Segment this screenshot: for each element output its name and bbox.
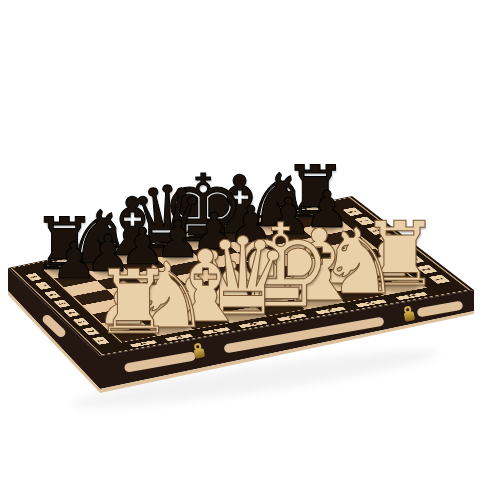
piece-white-rook-a1: ♜ [94,258,174,347]
pieces-layer: ♜♞♟♝♟♚♟♛♟♝♟♞♟♜♟♟♟♟♜♟♞♟♝♟♚♟♛♟♝♟♞♜ [0,0,500,500]
chess-set-photo: ABCDEFGH ABCDEFGH 87654321 87654321 ♜♞♟♝… [0,0,500,500]
piece-black-pawn-a7: ♟ [51,236,96,287]
